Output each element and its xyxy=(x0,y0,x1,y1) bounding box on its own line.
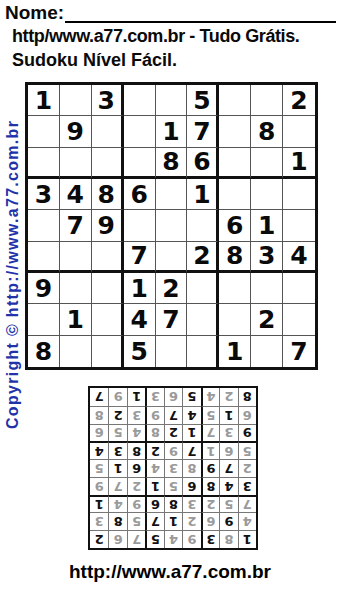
solution-cell: 9 xyxy=(145,406,163,424)
site-tagline: http/www.a77.com.br - Tudo Grátis. xyxy=(12,26,299,47)
solution-cell: 3 xyxy=(90,512,108,530)
solution-cell: 3 xyxy=(219,424,237,442)
solution-cell: 4 xyxy=(108,495,126,513)
sudoku-cell xyxy=(124,85,156,116)
sudoku-cell xyxy=(219,304,251,335)
sudoku-cell xyxy=(219,273,251,304)
solution-cell: 8 xyxy=(182,459,200,477)
sudoku-cell: 7 xyxy=(187,116,219,147)
solution-cell: 5 xyxy=(145,530,163,548)
solution-cell: 7 xyxy=(219,459,237,477)
puzzle-level-title: Sudoku Nível Fácil. xyxy=(12,50,177,71)
solution-cell: 8 xyxy=(201,477,219,495)
sudoku-cell xyxy=(92,116,124,147)
solution-cell: 3 xyxy=(127,406,145,424)
solution-cell: 6 xyxy=(90,424,108,442)
sudoku-grid: 135291788613486179617283491214728517 xyxy=(25,82,318,370)
sudoku-cell: 9 xyxy=(60,116,92,147)
solution-cell: 1 xyxy=(238,530,256,548)
solution-cell: 7 xyxy=(164,406,182,424)
sudoku-cell xyxy=(283,304,315,335)
solution-cell: 6 xyxy=(108,530,126,548)
sudoku-cell: 1 xyxy=(187,179,219,210)
sudoku-cell xyxy=(251,85,283,116)
solution-cell: 6 xyxy=(127,459,145,477)
sudoku-cell xyxy=(156,242,188,273)
sudoku-cell: 8 xyxy=(92,179,124,210)
sudoku-cell: 9 xyxy=(92,210,124,241)
sudoku-cell: 8 xyxy=(251,116,283,147)
solution-cell: 4 xyxy=(145,459,163,477)
solution-cell: 1 xyxy=(201,441,219,459)
sudoku-cell: 7 xyxy=(124,242,156,273)
solution-cell: 7 xyxy=(127,530,145,548)
solution-cell: 7 xyxy=(108,477,126,495)
solution-cell: 5 xyxy=(219,495,237,513)
sudoku-cell: 2 xyxy=(156,273,188,304)
sudoku-cell: 1 xyxy=(28,85,60,116)
sudoku-cell xyxy=(156,336,188,367)
solution-cell: 2 xyxy=(145,441,163,459)
sudoku-cell: 3 xyxy=(92,85,124,116)
sudoku-cell xyxy=(28,148,60,179)
sudoku-cell: 7 xyxy=(283,336,315,367)
name-blank-line xyxy=(65,21,336,23)
sudoku-cell: 6 xyxy=(124,179,156,210)
solution-cell: 7 xyxy=(201,424,219,442)
sudoku-cell: 4 xyxy=(60,179,92,210)
solution-cell: 8 xyxy=(90,406,108,424)
sudoku-cell xyxy=(92,273,124,304)
name-row: Nome: xyxy=(5,2,336,24)
sudoku-cell xyxy=(124,148,156,179)
solution-cell: 9 xyxy=(127,495,145,513)
solution-cell: 2 xyxy=(108,406,126,424)
solution-cell: 9 xyxy=(219,512,237,530)
sudoku-cell xyxy=(251,148,283,179)
solution-cell: 8 xyxy=(164,495,182,513)
sudoku-cell xyxy=(92,242,124,273)
sudoku-cell xyxy=(28,242,60,273)
solution-cell: 5 xyxy=(108,424,126,442)
solution-cell: 1 xyxy=(127,388,145,406)
sudoku-cell xyxy=(60,273,92,304)
solution-cell: 5 xyxy=(201,406,219,424)
solution-cell: 8 xyxy=(127,441,145,459)
sudoku-cell xyxy=(187,304,219,335)
sudoku-cell: 8 xyxy=(219,242,251,273)
solution-cell: 6 xyxy=(201,512,219,530)
solution-cell: 3 xyxy=(201,530,219,548)
sudoku-cell xyxy=(124,116,156,147)
sudoku-cell xyxy=(219,179,251,210)
sudoku-worksheet: Nome: http/www.a77.com.br - Tudo Grátis.… xyxy=(0,0,340,596)
sudoku-cell xyxy=(283,116,315,147)
solution-cell: 5 xyxy=(238,441,256,459)
sudoku-cell: 2 xyxy=(283,85,315,116)
sudoku-cell xyxy=(156,210,188,241)
solution-cell: 9 xyxy=(182,530,200,548)
sudoku-cell xyxy=(60,336,92,367)
solution-cell: 1 xyxy=(219,406,237,424)
solution-cell: 9 xyxy=(201,459,219,477)
sudoku-cell xyxy=(92,304,124,335)
solution-cell: 5 xyxy=(90,459,108,477)
sudoku-cell: 1 xyxy=(251,210,283,241)
sudoku-cell xyxy=(283,179,315,210)
name-label: Nome: xyxy=(5,2,64,23)
sudoku-cell xyxy=(60,242,92,273)
solution-cell: 9 xyxy=(108,388,126,406)
solution-cell: 1 xyxy=(164,512,182,530)
sudoku-cell xyxy=(92,148,124,179)
sudoku-cell: 7 xyxy=(60,210,92,241)
sudoku-cell xyxy=(92,336,124,367)
sudoku-cell: 3 xyxy=(251,242,283,273)
sudoku-cell: 8 xyxy=(28,336,60,367)
sudoku-cell xyxy=(283,273,315,304)
solution-cell: 4 xyxy=(164,530,182,548)
solution-cell: 3 xyxy=(164,459,182,477)
solution-cell: 4 xyxy=(238,512,256,530)
solution-cell: 5 xyxy=(182,388,200,406)
solution-cell: 2 xyxy=(182,512,200,530)
solution-cell: 7 xyxy=(182,441,200,459)
sudoku-cell: 6 xyxy=(187,148,219,179)
solution-cell: 6 xyxy=(164,388,182,406)
sudoku-cell: 6 xyxy=(219,210,251,241)
sudoku-cell: 5 xyxy=(124,336,156,367)
solution-cell: 2 xyxy=(219,388,237,406)
solution-cell: 5 xyxy=(164,477,182,495)
sudoku-cell xyxy=(219,85,251,116)
sudoku-cell xyxy=(28,116,60,147)
solution-cell: 7 xyxy=(145,512,163,530)
sudoku-cell xyxy=(283,210,315,241)
sudoku-cell: 4 xyxy=(124,304,156,335)
solution-cell: 6 xyxy=(219,441,237,459)
solution-cell: 1 xyxy=(108,459,126,477)
solution-cell: 6 xyxy=(238,406,256,424)
solution-cell: 1 xyxy=(182,424,200,442)
sudoku-cell: 1 xyxy=(124,273,156,304)
sudoku-cell xyxy=(156,85,188,116)
sudoku-cell xyxy=(187,210,219,241)
solution-cell: 8 xyxy=(238,388,256,406)
solution-cell: 4 xyxy=(127,424,145,442)
sudoku-cell: 1 xyxy=(283,148,315,179)
solution-cell: 6 xyxy=(182,477,200,495)
solution-cell: 9 xyxy=(238,424,256,442)
sudoku-cell: 2 xyxy=(187,242,219,273)
sudoku-cell xyxy=(219,148,251,179)
sudoku-cell xyxy=(251,273,283,304)
solution-cell: 9 xyxy=(164,441,182,459)
solution-cell: 9 xyxy=(90,477,108,495)
sudoku-cell xyxy=(187,336,219,367)
sudoku-cell xyxy=(187,273,219,304)
solution-cell: 4 xyxy=(201,388,219,406)
sudoku-cell xyxy=(124,210,156,241)
sudoku-cell xyxy=(251,179,283,210)
sudoku-cell: 8 xyxy=(156,148,188,179)
sudoku-cell: 2 xyxy=(251,304,283,335)
sudoku-cell xyxy=(28,304,60,335)
solution-cell: 4 xyxy=(90,441,108,459)
sudoku-cell xyxy=(28,210,60,241)
solution-cell: 6 xyxy=(145,495,163,513)
solution-cell: 2 xyxy=(201,495,219,513)
solution-cell: 2 xyxy=(238,459,256,477)
solution-cell: 7 xyxy=(238,495,256,513)
sudoku-cell: 5 xyxy=(187,85,219,116)
sudoku-cell: 1 xyxy=(60,304,92,335)
solution-cell: 8 xyxy=(145,424,163,442)
sudoku-solution-grid-rotated: 1839457624962175837523869413486512792798… xyxy=(88,386,258,550)
solution-cell: 1 xyxy=(145,477,163,495)
solution-cell: 4 xyxy=(219,477,237,495)
sudoku-cell: 1 xyxy=(156,116,188,147)
sudoku-cell xyxy=(60,148,92,179)
solution-cell: 3 xyxy=(108,441,126,459)
sudoku-cell: 4 xyxy=(283,242,315,273)
sudoku-cell xyxy=(60,85,92,116)
solution-cell: 7 xyxy=(90,388,108,406)
solution-cell: 4 xyxy=(182,406,200,424)
solution-cell: 8 xyxy=(219,530,237,548)
solution-cell: 3 xyxy=(238,477,256,495)
solution-cell: 2 xyxy=(90,530,108,548)
solution-cell: 2 xyxy=(164,424,182,442)
sudoku-cell xyxy=(156,179,188,210)
copyright-vertical-text: Copyright © http://www.a77.com.br xyxy=(3,120,22,429)
solution-cell: 5 xyxy=(127,512,145,530)
sudoku-cell: 7 xyxy=(156,304,188,335)
solution-cell: 1 xyxy=(90,495,108,513)
sudoku-cell: 9 xyxy=(28,273,60,304)
sudoku-cell: 3 xyxy=(28,179,60,210)
solution-cell: 3 xyxy=(145,388,163,406)
footer-url: http://www.a77.com.br xyxy=(0,561,340,583)
solution-cell: 2 xyxy=(127,477,145,495)
sudoku-cell xyxy=(251,336,283,367)
sudoku-cell: 1 xyxy=(219,336,251,367)
sudoku-cell xyxy=(219,116,251,147)
solution-cell: 8 xyxy=(108,512,126,530)
solution-cell: 3 xyxy=(182,495,200,513)
